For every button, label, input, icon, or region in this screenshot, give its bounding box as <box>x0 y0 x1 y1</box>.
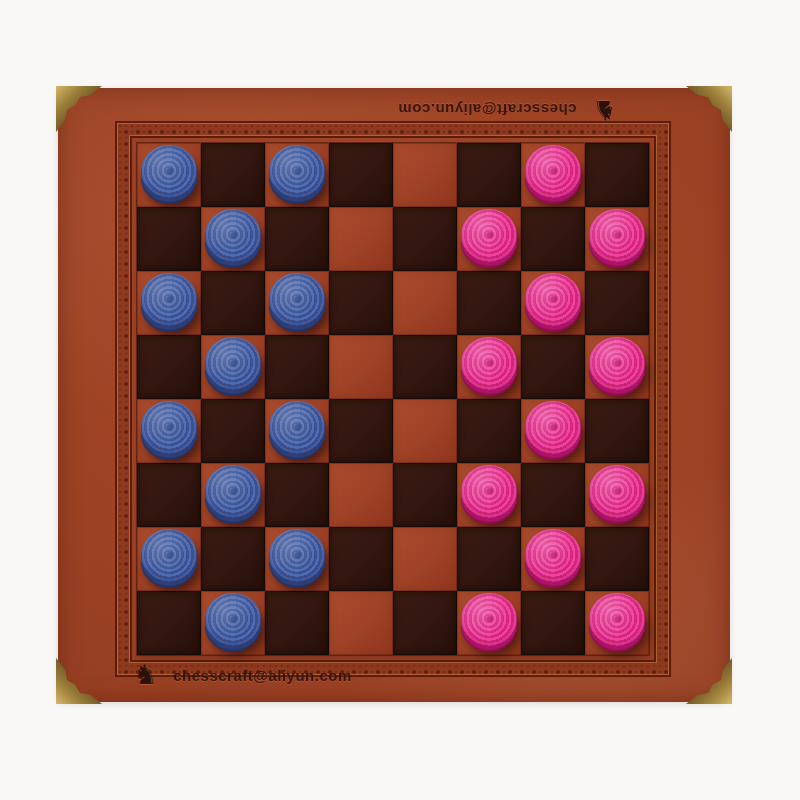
square-h3[interactable] <box>585 463 649 527</box>
blue-checker-piece[interactable] <box>269 529 325 582</box>
pink-checker-piece[interactable] <box>461 209 517 262</box>
square-e5[interactable] <box>393 335 457 399</box>
pink-checker-piece[interactable] <box>525 273 581 326</box>
square-a4[interactable] <box>137 399 201 463</box>
blue-checker-piece[interactable] <box>141 401 197 454</box>
square-f3[interactable] <box>457 463 521 527</box>
square-g5[interactable] <box>521 335 585 399</box>
blue-checker-piece[interactable] <box>205 465 261 518</box>
square-h4[interactable] <box>585 399 649 463</box>
square-e7[interactable] <box>393 207 457 271</box>
board-grid <box>137 143 649 655</box>
square-b5[interactable] <box>201 335 265 399</box>
square-d1[interactable] <box>329 591 393 655</box>
square-b7[interactable] <box>201 207 265 271</box>
square-e8[interactable] <box>393 143 457 207</box>
brand-email-text: chesscraft@aliyun.com <box>398 101 577 118</box>
blue-checker-piece[interactable] <box>141 529 197 582</box>
square-c7[interactable] <box>265 207 329 271</box>
pink-checker-piece[interactable] <box>589 337 645 390</box>
square-e3[interactable] <box>393 463 457 527</box>
square-f1[interactable] <box>457 591 521 655</box>
square-a8[interactable] <box>137 143 201 207</box>
blue-checker-piece[interactable] <box>205 337 261 390</box>
square-c6[interactable] <box>265 271 329 335</box>
square-f7[interactable] <box>457 207 521 271</box>
square-a3[interactable] <box>137 463 201 527</box>
square-a5[interactable] <box>137 335 201 399</box>
square-a2[interactable] <box>137 527 201 591</box>
square-f5[interactable] <box>457 335 521 399</box>
square-e2[interactable] <box>393 527 457 591</box>
square-b4[interactable] <box>201 399 265 463</box>
square-c5[interactable] <box>265 335 329 399</box>
brass-corner-protector-bottom-left <box>56 658 102 704</box>
pink-checker-piece[interactable] <box>589 209 645 262</box>
square-h5[interactable] <box>585 335 649 399</box>
brand-mark-bottom: ♞ chesscraft@aliyun.com <box>133 662 352 689</box>
square-c2[interactable] <box>265 527 329 591</box>
square-c1[interactable] <box>265 591 329 655</box>
brand-mark-top: ♞ chesscraft@aliyun.com <box>398 96 617 123</box>
square-d5[interactable] <box>329 335 393 399</box>
square-f4[interactable] <box>457 399 521 463</box>
blue-checker-piece[interactable] <box>141 273 197 326</box>
square-b8[interactable] <box>201 143 265 207</box>
blue-checker-piece[interactable] <box>141 145 197 198</box>
pink-checker-piece[interactable] <box>589 465 645 518</box>
square-g4[interactable] <box>521 399 585 463</box>
square-g1[interactable] <box>521 591 585 655</box>
square-d8[interactable] <box>329 143 393 207</box>
square-d2[interactable] <box>329 527 393 591</box>
square-b1[interactable] <box>201 591 265 655</box>
pink-checker-piece[interactable] <box>525 529 581 582</box>
square-f8[interactable] <box>457 143 521 207</box>
leather-board-mat: ♞ chesscraft@aliyun.com ♞ chesscraft@ali… <box>58 88 730 702</box>
square-g7[interactable] <box>521 207 585 271</box>
square-a6[interactable] <box>137 271 201 335</box>
square-h6[interactable] <box>585 271 649 335</box>
brand-email-text: chesscraft@aliyun.com <box>173 667 352 684</box>
square-e4[interactable] <box>393 399 457 463</box>
square-g3[interactable] <box>521 463 585 527</box>
square-e1[interactable] <box>393 591 457 655</box>
square-g2[interactable] <box>521 527 585 591</box>
square-f2[interactable] <box>457 527 521 591</box>
knight-logo-icon: ♞ <box>133 662 157 689</box>
square-d4[interactable] <box>329 399 393 463</box>
square-c3[interactable] <box>265 463 329 527</box>
square-d7[interactable] <box>329 207 393 271</box>
blue-checker-piece[interactable] <box>205 209 261 262</box>
square-f6[interactable] <box>457 271 521 335</box>
square-g6[interactable] <box>521 271 585 335</box>
square-b2[interactable] <box>201 527 265 591</box>
square-c4[interactable] <box>265 399 329 463</box>
square-g8[interactable] <box>521 143 585 207</box>
brass-corner-protector-top-left <box>56 86 102 132</box>
square-h2[interactable] <box>585 527 649 591</box>
pink-checker-piece[interactable] <box>461 465 517 518</box>
square-e6[interactable] <box>393 271 457 335</box>
pink-checker-piece[interactable] <box>461 593 517 646</box>
pink-checker-piece[interactable] <box>461 337 517 390</box>
square-a7[interactable] <box>137 207 201 271</box>
square-b3[interactable] <box>201 463 265 527</box>
square-h7[interactable] <box>585 207 649 271</box>
square-d6[interactable] <box>329 271 393 335</box>
blue-checker-piece[interactable] <box>205 593 261 646</box>
square-c8[interactable] <box>265 143 329 207</box>
pink-checker-piece[interactable] <box>525 401 581 454</box>
pink-checker-piece[interactable] <box>525 145 581 198</box>
knight-logo-icon: ♞ <box>593 96 617 123</box>
brass-corner-protector-top-right <box>686 86 732 132</box>
blue-checker-piece[interactable] <box>269 273 325 326</box>
square-d3[interactable] <box>329 463 393 527</box>
blue-checker-piece[interactable] <box>269 145 325 198</box>
square-a1[interactable] <box>137 591 201 655</box>
blue-checker-piece[interactable] <box>269 401 325 454</box>
square-b6[interactable] <box>201 271 265 335</box>
square-h8[interactable] <box>585 143 649 207</box>
brass-corner-protector-bottom-right <box>686 658 732 704</box>
square-h1[interactable] <box>585 591 649 655</box>
pink-checker-piece[interactable] <box>589 593 645 646</box>
